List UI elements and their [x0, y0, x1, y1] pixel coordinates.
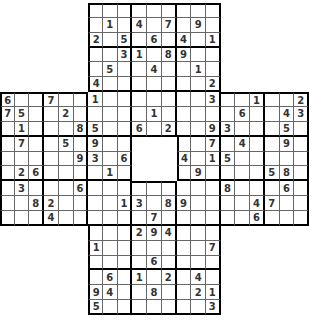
sudoku-cell[interactable] — [191, 48, 206, 63]
sudoku-cell[interactable] — [147, 3, 162, 18]
sudoku-cell[interactable] — [177, 77, 192, 92]
sudoku-cell[interactable] — [88, 107, 103, 122]
sudoku-cell[interactable] — [88, 181, 103, 196]
sudoku-cell-given[interactable]: 5 — [221, 152, 236, 167]
sudoku-cell-given[interactable]: 8 — [147, 285, 162, 300]
sudoku-cell[interactable] — [206, 181, 221, 196]
sudoku-cell[interactable] — [29, 181, 44, 196]
sudoku-cell-given[interactable]: 9 — [206, 122, 221, 137]
sudoku-cell[interactable] — [59, 211, 74, 226]
sudoku-cell-given[interactable]: 5 — [88, 122, 103, 137]
sudoku-cell[interactable] — [221, 211, 236, 226]
sudoku-cell[interactable] — [177, 211, 192, 226]
sudoku-cell[interactable] — [15, 92, 30, 107]
sudoku-cell[interactable] — [294, 137, 309, 152]
sudoku-cell-given[interactable]: 5 — [265, 166, 280, 181]
sudoku-cell-given[interactable]: 2 — [44, 196, 59, 211]
sudoku-cell[interactable] — [294, 181, 309, 196]
sudoku-cell-given[interactable]: 2 — [206, 77, 221, 92]
sudoku-cell[interactable] — [132, 77, 147, 92]
sudoku-cell[interactable] — [118, 107, 133, 122]
sudoku-cell[interactable] — [44, 137, 59, 152]
sudoku-cell[interactable] — [162, 256, 177, 271]
sudoku-cell[interactable] — [206, 211, 221, 226]
sudoku-cell[interactable] — [44, 181, 59, 196]
sudoku-cell[interactable] — [59, 181, 74, 196]
sudoku-cell[interactable] — [118, 270, 133, 285]
sudoku-cell[interactable] — [15, 152, 30, 167]
empty-space — [280, 226, 295, 241]
sudoku-cell[interactable] — [59, 122, 74, 137]
sudoku-cell[interactable] — [0, 152, 15, 167]
sudoku-cell[interactable] — [29, 211, 44, 226]
sudoku-cell[interactable] — [162, 77, 177, 92]
sudoku-cell[interactable] — [177, 181, 192, 196]
sudoku-cell-given[interactable]: 1 — [132, 270, 147, 285]
sudoku-cell-given[interactable]: 3 — [294, 107, 309, 122]
sudoku-cell-given[interactable]: 2 — [191, 285, 206, 300]
sudoku-cell[interactable] — [177, 122, 192, 137]
sudoku-cell[interactable] — [221, 92, 236, 107]
sudoku-cell-given[interactable]: 6 — [147, 33, 162, 48]
sudoku-cell[interactable] — [177, 300, 192, 315]
sudoku-cell[interactable] — [206, 226, 221, 241]
sudoku-cell-given[interactable]: 3 — [88, 152, 103, 167]
sudoku-cell[interactable] — [162, 241, 177, 256]
sudoku-cell-given[interactable]: 4 — [177, 33, 192, 48]
sudoku-cell-given[interactable]: 4 — [44, 211, 59, 226]
sudoku-cell[interactable] — [191, 77, 206, 92]
sudoku-cell[interactable] — [59, 196, 74, 211]
sudoku-cell-given[interactable]: 4 — [88, 77, 103, 92]
sudoku-cell-given[interactable]: 9 — [280, 137, 295, 152]
sudoku-cell[interactable] — [132, 107, 147, 122]
sudoku-cell[interactable] — [103, 181, 118, 196]
sudoku-cell-given[interactable]: 2 — [15, 166, 30, 181]
sudoku-cell[interactable] — [294, 152, 309, 167]
sudoku-cell-given[interactable]: 7 — [206, 137, 221, 152]
sudoku-cell[interactable] — [221, 137, 236, 152]
sudoku-cell[interactable] — [294, 211, 309, 226]
sudoku-cell[interactable] — [103, 122, 118, 137]
sudoku-cell[interactable] — [132, 181, 147, 196]
sudoku-cell-given[interactable]: 5 — [280, 122, 295, 137]
sudoku-cell[interactable] — [177, 166, 192, 181]
sudoku-cell[interactable] — [191, 256, 206, 271]
sudoku-cell-given[interactable]: 4 — [132, 18, 147, 33]
sudoku-cell-given[interactable]: 2 — [162, 270, 177, 285]
sudoku-cell[interactable] — [250, 181, 265, 196]
sudoku-cell[interactable] — [132, 62, 147, 77]
sudoku-cell[interactable] — [265, 181, 280, 196]
sudoku-cell-given[interactable]: 1 — [103, 166, 118, 181]
sudoku-cell[interactable] — [177, 107, 192, 122]
sudoku-cell[interactable] — [191, 3, 206, 18]
sudoku-cell[interactable] — [118, 241, 133, 256]
sudoku-cell[interactable] — [118, 92, 133, 107]
sudoku-cell-given[interactable]: 5 — [59, 137, 74, 152]
sudoku-cell[interactable] — [88, 226, 103, 241]
sudoku-cell-given[interactable]: 9 — [88, 137, 103, 152]
sudoku-cell-given[interactable]: 7 — [15, 137, 30, 152]
sudoku-cell-given[interactable]: 2 — [162, 122, 177, 137]
sudoku-cell[interactable] — [118, 166, 133, 181]
sudoku-cell-given[interactable]: 4 — [280, 107, 295, 122]
sudoku-cell[interactable] — [147, 92, 162, 107]
sudoku-cell[interactable] — [191, 211, 206, 226]
sudoku-cell[interactable] — [177, 241, 192, 256]
sudoku-cell[interactable] — [103, 107, 118, 122]
sudoku-cell-given[interactable]: 7 — [147, 211, 162, 226]
sudoku-cell[interactable] — [162, 62, 177, 77]
sudoku-cell[interactable] — [221, 166, 236, 181]
sudoku-cell-given[interactable]: 8 — [162, 196, 177, 211]
sudoku-cell[interactable] — [147, 241, 162, 256]
sudoku-cell[interactable] — [191, 137, 206, 152]
sudoku-cell[interactable] — [162, 107, 177, 122]
sudoku-cell[interactable] — [132, 241, 147, 256]
sudoku-cell[interactable] — [103, 300, 118, 315]
sudoku-cell-given[interactable]: 2 — [294, 92, 309, 107]
sudoku-cell[interactable] — [132, 3, 147, 18]
sudoku-cell-given[interactable]: 6 — [235, 107, 250, 122]
sudoku-cell[interactable] — [44, 166, 59, 181]
sudoku-cell[interactable] — [294, 196, 309, 211]
sudoku-cell-given[interactable]: 6 — [0, 92, 15, 107]
sudoku-cell[interactable] — [15, 211, 30, 226]
sudoku-cell[interactable] — [103, 256, 118, 271]
sudoku-cell[interactable] — [118, 285, 133, 300]
sudoku-cell[interactable] — [280, 92, 295, 107]
sudoku-cell[interactable] — [191, 33, 206, 48]
sudoku-cell-given[interactable]: 9 — [88, 285, 103, 300]
sudoku-cell[interactable] — [191, 152, 206, 167]
sudoku-cell[interactable] — [221, 196, 236, 211]
empty-space — [29, 18, 44, 33]
sudoku-cell[interactable] — [191, 300, 206, 315]
sudoku-cell[interactable] — [88, 196, 103, 211]
sudoku-cell[interactable] — [103, 77, 118, 92]
sudoku-cell[interactable] — [44, 122, 59, 137]
sudoku-cell[interactable] — [162, 285, 177, 300]
sudoku-cell[interactable] — [191, 181, 206, 196]
sudoku-cell[interactable] — [118, 211, 133, 226]
sudoku-cell[interactable] — [0, 196, 15, 211]
empty-space — [250, 241, 265, 256]
sudoku-cell-given[interactable]: 5 — [15, 107, 30, 122]
sudoku-cell[interactable] — [132, 211, 147, 226]
sudoku-cell-given[interactable]: 1 — [250, 92, 265, 107]
sudoku-cell-given[interactable]: 9 — [191, 166, 206, 181]
sudoku-cell-given[interactable]: 4 — [235, 137, 250, 152]
sudoku-cell-given[interactable]: 1 — [206, 152, 221, 167]
sudoku-cell[interactable] — [103, 196, 118, 211]
sudoku-cell-given[interactable]: 5 — [118, 33, 133, 48]
sudoku-cell-given[interactable]: 4 — [103, 285, 118, 300]
sudoku-cell-given[interactable]: 9 — [74, 152, 89, 167]
sudoku-cell[interactable] — [206, 107, 221, 122]
sudoku-cell-given[interactable]: 4 — [191, 270, 206, 285]
empty-space — [44, 226, 59, 241]
sudoku-cell[interactable] — [118, 137, 133, 152]
sudoku-cell[interactable] — [29, 107, 44, 122]
sudoku-cell[interactable] — [74, 211, 89, 226]
sudoku-cell-given[interactable]: 4 — [147, 62, 162, 77]
empty-space — [294, 285, 309, 300]
sudoku-cell[interactable] — [206, 256, 221, 271]
sudoku-cell[interactable] — [206, 270, 221, 285]
sudoku-cell[interactable] — [88, 62, 103, 77]
sudoku-cell[interactable] — [162, 181, 177, 196]
sudoku-cell[interactable] — [59, 152, 74, 167]
sudoku-cell-given[interactable]: 2 — [132, 226, 147, 241]
sudoku-cell[interactable] — [191, 196, 206, 211]
sudoku-cell[interactable] — [0, 137, 15, 152]
sudoku-cell[interactable] — [0, 122, 15, 137]
sudoku-cell-given[interactable]: 6 — [29, 166, 44, 181]
sudoku-cell[interactable] — [191, 241, 206, 256]
sudoku-cell[interactable] — [118, 256, 133, 271]
sudoku-cell[interactable] — [118, 226, 133, 241]
sudoku-cell[interactable] — [132, 285, 147, 300]
sudoku-cell[interactable] — [118, 18, 133, 33]
sudoku-cell[interactable] — [162, 211, 177, 226]
sudoku-cell[interactable] — [206, 196, 221, 211]
sudoku-cell-given[interactable]: 8 — [74, 122, 89, 137]
sudoku-cell[interactable] — [147, 122, 162, 137]
sudoku-cell[interactable] — [235, 152, 250, 167]
sudoku-cell[interactable] — [74, 166, 89, 181]
sudoku-cell-given[interactable]: 1 — [132, 48, 147, 63]
sudoku-cell[interactable] — [74, 92, 89, 107]
sudoku-cell[interactable] — [294, 166, 309, 181]
sudoku-cell[interactable] — [147, 270, 162, 285]
sudoku-cell[interactable] — [191, 122, 206, 137]
sudoku-cell[interactable] — [147, 196, 162, 211]
empty-space — [280, 77, 295, 92]
sudoku-cell[interactable] — [74, 137, 89, 152]
sudoku-cell[interactable] — [118, 122, 133, 137]
sudoku-cell[interactable] — [147, 300, 162, 315]
empty-space — [15, 77, 30, 92]
sudoku-cell[interactable] — [29, 152, 44, 167]
sudoku-cell-given[interactable]: 7 — [162, 18, 177, 33]
sudoku-cell[interactable] — [206, 48, 221, 63]
sudoku-cell[interactable] — [206, 62, 221, 77]
sudoku-cell[interactable] — [147, 48, 162, 63]
sudoku-cell-given[interactable]: 6 — [74, 181, 89, 196]
sudoku-cell-given[interactable]: 6 — [103, 270, 118, 285]
sudoku-cell[interactable] — [250, 166, 265, 181]
sudoku-cell[interactable] — [294, 122, 309, 137]
sudoku-cell-given[interactable]: 6 — [250, 211, 265, 226]
sudoku-cell[interactable] — [265, 211, 280, 226]
sudoku-cell[interactable] — [177, 137, 192, 152]
sudoku-cell-given[interactable]: 6 — [132, 122, 147, 137]
sudoku-cell-given[interactable]: 9 — [191, 18, 206, 33]
sudoku-cell-given[interactable]: 8 — [280, 166, 295, 181]
sudoku-cell[interactable] — [177, 3, 192, 18]
sudoku-cell[interactable] — [118, 3, 133, 18]
sudoku-cell[interactable] — [280, 196, 295, 211]
sudoku-cell[interactable] — [235, 92, 250, 107]
sudoku-cell[interactable] — [118, 77, 133, 92]
sudoku-cell[interactable] — [59, 166, 74, 181]
sudoku-cell[interactable] — [103, 226, 118, 241]
sudoku-cell-given[interactable]: 7 — [44, 92, 59, 107]
sudoku-cell[interactable] — [162, 33, 177, 48]
sudoku-cell[interactable] — [191, 226, 206, 241]
sudoku-cell[interactable] — [250, 107, 265, 122]
sudoku-cell[interactable] — [88, 18, 103, 33]
sudoku-cell[interactable] — [103, 137, 118, 152]
empty-space — [280, 18, 295, 33]
sudoku-cell[interactable] — [250, 137, 265, 152]
sudoku-cell-given[interactable]: 5 — [88, 300, 103, 315]
sudoku-cell-given[interactable]: 3 — [221, 122, 236, 137]
sudoku-cell-given[interactable]: 1 — [147, 107, 162, 122]
sudoku-cell[interactable] — [147, 18, 162, 33]
sudoku-cell[interactable] — [88, 48, 103, 63]
sudoku-cell[interactable] — [44, 107, 59, 122]
sudoku-cell[interactable] — [88, 270, 103, 285]
sudoku-cell-given[interactable]: 9 — [147, 226, 162, 241]
sudoku-cell[interactable] — [162, 3, 177, 18]
sudoku-cell[interactable] — [177, 92, 192, 107]
sudoku-cell[interactable] — [29, 137, 44, 152]
sudoku-cell[interactable] — [88, 166, 103, 181]
sudoku-cell-given[interactable]: 8 — [162, 48, 177, 63]
sudoku-cell[interactable] — [177, 62, 192, 77]
sudoku-cell-given[interactable]: 8 — [221, 181, 236, 196]
sudoku-cell[interactable] — [206, 18, 221, 33]
sudoku-cell[interactable] — [265, 107, 280, 122]
sudoku-cell[interactable] — [235, 181, 250, 196]
sudoku-cell-given[interactable]: 1 — [206, 285, 221, 300]
sudoku-cell[interactable] — [250, 122, 265, 137]
sudoku-cell-given[interactable]: 7 — [206, 241, 221, 256]
sudoku-cell[interactable] — [132, 300, 147, 315]
sudoku-cell[interactable] — [0, 211, 15, 226]
sudoku-cell[interactable] — [177, 270, 192, 285]
sudoku-cell[interactable] — [88, 211, 103, 226]
sudoku-cell[interactable] — [103, 92, 118, 107]
sudoku-cell[interactable] — [265, 137, 280, 152]
sudoku-cell[interactable] — [103, 211, 118, 226]
sudoku-cell-given[interactable]: 9 — [177, 196, 192, 211]
sudoku-cell[interactable] — [177, 285, 192, 300]
sudoku-cell[interactable] — [265, 92, 280, 107]
sudoku-cell[interactable] — [88, 256, 103, 271]
sudoku-cell[interactable] — [29, 92, 44, 107]
sudoku-cell[interactable] — [103, 152, 118, 167]
sudoku-cell-given[interactable]: 2 — [88, 33, 103, 48]
sudoku-cell[interactable] — [235, 166, 250, 181]
sudoku-cell-given[interactable]: 4 — [162, 226, 177, 241]
sudoku-cell-given[interactable]: 2 — [59, 107, 74, 122]
sudoku-cell[interactable] — [29, 122, 44, 137]
sudoku-cell[interactable] — [280, 211, 295, 226]
sudoku-cell[interactable] — [44, 152, 59, 167]
sudoku-cell[interactable] — [88, 3, 103, 18]
empty-space — [235, 241, 250, 256]
sudoku-cell[interactable] — [0, 166, 15, 181]
sudoku-cell[interactable] — [147, 181, 162, 196]
sudoku-cell-given[interactable]: 3 — [15, 181, 30, 196]
empty-space — [294, 270, 309, 285]
sudoku-cell[interactable] — [74, 196, 89, 211]
sudoku-cell[interactable] — [265, 152, 280, 167]
sudoku-cell[interactable] — [118, 62, 133, 77]
sudoku-cell[interactable] — [235, 196, 250, 211]
sudoku-cell-given[interactable]: 3 — [132, 196, 147, 211]
sudoku-cell[interactable] — [59, 92, 74, 107]
sudoku-cell[interactable] — [132, 256, 147, 271]
sudoku-cell-given[interactable]: 7 — [0, 107, 15, 122]
sudoku-cell[interactable] — [177, 256, 192, 271]
sudoku-cell[interactable] — [147, 77, 162, 92]
sudoku-cell-given[interactable]: 5 — [103, 62, 118, 77]
sudoku-cell-given[interactable]: 1 — [206, 33, 221, 48]
sudoku-cell[interactable] — [132, 92, 147, 107]
sudoku-cell[interactable] — [74, 107, 89, 122]
sudoku-cell-given[interactable]: 1 — [88, 241, 103, 256]
sudoku-cell-given[interactable]: 1 — [88, 92, 103, 107]
sudoku-cell-given[interactable]: 7 — [265, 196, 280, 211]
sudoku-cell[interactable] — [221, 107, 236, 122]
sudoku-cell-given[interactable]: 1 — [118, 196, 133, 211]
sudoku-cell-given[interactable]: 4 — [250, 196, 265, 211]
sudoku-cell[interactable] — [15, 196, 30, 211]
sudoku-cell[interactable] — [162, 92, 177, 107]
sudoku-cell-given[interactable]: 4 — [177, 152, 192, 167]
sudoku-cell[interactable] — [103, 241, 118, 256]
sudoku-cell-given[interactable]: 8 — [29, 196, 44, 211]
sudoku-cell[interactable] — [191, 107, 206, 122]
sudoku-cell[interactable] — [191, 92, 206, 107]
sudoku-cell[interactable] — [103, 33, 118, 48]
sudoku-cell-given[interactable]: 6 — [147, 256, 162, 271]
sudoku-cell[interactable] — [250, 152, 265, 167]
sudoku-cell[interactable] — [103, 3, 118, 18]
sudoku-cell[interactable] — [103, 48, 118, 63]
sudoku-cell-given[interactable]: 3 — [206, 300, 221, 315]
sudoku-cell[interactable] — [177, 18, 192, 33]
sudoku-cell[interactable] — [132, 33, 147, 48]
sudoku-cell[interactable] — [265, 122, 280, 137]
sudoku-cell-given[interactable]: 6 — [118, 152, 133, 167]
sudoku-cell[interactable] — [280, 152, 295, 167]
sudoku-cell[interactable] — [206, 3, 221, 18]
sudoku-cell-given[interactable]: 3 — [206, 92, 221, 107]
sudoku-cell-given[interactable]: 6 — [280, 181, 295, 196]
sudoku-cell[interactable] — [162, 300, 177, 315]
sudoku-cell-given[interactable]: 1 — [191, 62, 206, 77]
sudoku-cell[interactable] — [118, 300, 133, 315]
sudoku-cell[interactable] — [118, 181, 133, 196]
sudoku-cell-given[interactable]: 1 — [103, 18, 118, 33]
sudoku-cell[interactable] — [206, 166, 221, 181]
sudoku-cell[interactable] — [235, 211, 250, 226]
sudoku-cell-given[interactable]: 3 — [118, 48, 133, 63]
sudoku-cell[interactable] — [235, 122, 250, 137]
sudoku-cell-given[interactable]: 1 — [15, 122, 30, 137]
sudoku-cell[interactable] — [0, 181, 15, 196]
sudoku-cell[interactable] — [177, 226, 192, 241]
sudoku-cell-given[interactable]: 9 — [177, 48, 192, 63]
empty-space — [265, 300, 280, 315]
empty-space — [235, 256, 250, 271]
